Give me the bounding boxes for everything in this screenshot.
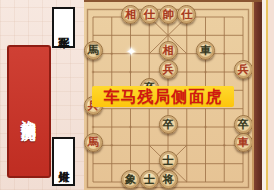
right-margin: [262, 0, 274, 190]
piece-black-卒[interactable]: 卒: [234, 115, 253, 134]
piece-red-相[interactable]: 相: [159, 41, 178, 60]
title-banner: 许仙残局侧面虎: [7, 45, 51, 178]
promo-panel: 许仙残局侧面虎 张华军 许银川: [0, 0, 84, 190]
piece-black-将[interactable]: 将: [159, 170, 178, 189]
piece-red-馬[interactable]: 馬: [84, 133, 103, 152]
piece-black-卒[interactable]: 卒: [159, 115, 178, 134]
piece-black-馬[interactable]: 馬: [84, 41, 103, 60]
piece-red-仕[interactable]: 仕: [177, 5, 196, 24]
piece-black-士[interactable]: 士: [140, 170, 159, 189]
player-name-bottom: 许银川: [52, 137, 75, 186]
xiangqi-board[interactable]: 相仕帥仕馬相車兵兵卒兵卒卒馬車士象士将 ✦ 车马残局侧面虎: [84, 0, 262, 190]
piece-red-兵[interactable]: 兵: [234, 60, 253, 79]
piece-black-象[interactable]: 象: [121, 170, 140, 189]
piece-red-兵[interactable]: 兵: [159, 60, 178, 79]
piece-red-車[interactable]: 車: [234, 133, 253, 152]
piece-red-帥[interactable]: 帥: [159, 5, 178, 24]
xiangqi-thumbnail: 许仙残局侧面虎 张华军 许银川 相仕帥仕馬相車兵兵卒兵卒卒馬車士象士将 ✦ 车马…: [0, 0, 274, 190]
board-frame: [252, 2, 262, 190]
piece-black-士[interactable]: 士: [159, 151, 178, 170]
caption-banner: 车马残局侧面虎: [92, 86, 234, 107]
player-name-top: 张华军: [52, 7, 75, 48]
piece-red-仕[interactable]: 仕: [140, 5, 159, 24]
piece-red-相[interactable]: 相: [121, 5, 140, 24]
